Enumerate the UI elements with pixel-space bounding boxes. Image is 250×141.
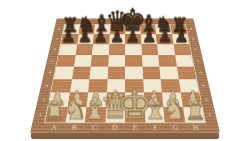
square-h6[interactable] xyxy=(173,44,191,55)
square-h4[interactable] xyxy=(176,67,196,79)
piece-black-pawn-e7[interactable]: ♟ xyxy=(126,29,141,45)
piece-black-pawn-g7[interactable]: ♟ xyxy=(158,29,173,45)
file-label-d: D xyxy=(112,124,118,131)
square-e7[interactable]: ♟ xyxy=(125,34,141,44)
file-label-f: F xyxy=(153,124,158,131)
square-h7[interactable]: ♟ xyxy=(172,34,190,44)
piece-white-rook-h1[interactable]: ♜ xyxy=(184,99,207,124)
square-h1[interactable]: ♜ xyxy=(183,107,205,123)
square-c4[interactable] xyxy=(89,67,107,79)
chess-board: ♜♞♝♛♚♝♞♜♟♟♟♟♟♟♟♟♟♟♟♟♟♟♟♟♜♞♝♛♚♝♞♜ ABCDEFG… xyxy=(30,18,220,133)
piece-black-pawn-c7[interactable]: ♟ xyxy=(93,29,108,45)
file-label-c: C xyxy=(92,124,98,131)
square-a7[interactable]: ♟ xyxy=(61,34,79,44)
file-label-h: H xyxy=(192,124,199,131)
square-g7[interactable]: ♟ xyxy=(156,34,173,44)
rank-label-right-3: 3 xyxy=(201,83,205,88)
file-label-e: E xyxy=(133,124,138,131)
square-f4[interactable] xyxy=(142,67,160,79)
square-b6[interactable] xyxy=(75,44,93,55)
rank-label-right-7: 7 xyxy=(191,37,195,41)
square-c6[interactable] xyxy=(92,44,109,55)
square-g5[interactable] xyxy=(158,55,176,67)
square-b5[interactable] xyxy=(74,55,92,67)
rank-label-left-1: 1 xyxy=(38,111,43,117)
piece-black-pawn-h7[interactable]: ♟ xyxy=(174,29,189,45)
board-front-edge xyxy=(31,133,219,139)
piece-black-pawn-a7[interactable]: ♟ xyxy=(61,29,76,45)
rank-label-right-8: 8 xyxy=(189,27,192,31)
square-a6[interactable] xyxy=(59,44,77,55)
square-e6[interactable] xyxy=(125,44,142,55)
piece-black-pawn-b7[interactable]: ♟ xyxy=(77,29,92,45)
rank-label-left-5: 5 xyxy=(50,58,54,63)
rank-label-right-4: 4 xyxy=(198,70,202,75)
square-h5[interactable] xyxy=(175,55,194,67)
file-label-b: B xyxy=(71,124,77,131)
square-c7[interactable]: ♟ xyxy=(93,34,110,44)
rank-label-left-4: 4 xyxy=(48,70,52,75)
file-label-a: A xyxy=(51,124,58,131)
square-g6[interactable] xyxy=(157,44,175,55)
file-label-g: G xyxy=(172,124,179,131)
square-d7[interactable]: ♟ xyxy=(109,34,125,44)
square-a4[interactable] xyxy=(54,67,74,79)
piece-black-pawn-f7[interactable]: ♟ xyxy=(142,29,157,45)
square-a5[interactable] xyxy=(56,55,75,67)
square-f7[interactable]: ♟ xyxy=(141,34,158,44)
square-c5[interactable] xyxy=(91,55,109,67)
square-f6[interactable] xyxy=(141,44,158,55)
rank-label-left-6: 6 xyxy=(53,47,57,51)
piece-black-pawn-d7[interactable]: ♟ xyxy=(110,29,125,45)
photo-background: ♜♞♝♛♚♝♞♜♟♟♟♟♟♟♟♟♟♟♟♟♟♟♟♟♜♞♝♛♚♝♞♜ ABCDEFG… xyxy=(0,0,250,141)
square-g4[interactable] xyxy=(159,67,178,79)
square-e5[interactable] xyxy=(125,55,142,67)
square-e4[interactable] xyxy=(125,67,143,79)
perspective-scene: ♜♞♝♛♚♝♞♜♟♟♟♟♟♟♟♟♟♟♟♟♟♟♟♟♜♞♝♛♚♝♞♜ ABCDEFG… xyxy=(0,0,250,141)
square-d4[interactable] xyxy=(107,67,125,79)
square-g1[interactable]: ♞ xyxy=(163,107,185,123)
square-b7[interactable]: ♟ xyxy=(77,34,94,44)
square-d6[interactable] xyxy=(108,44,125,55)
rank-label-right-5: 5 xyxy=(196,58,200,63)
square-d5[interactable] xyxy=(108,55,125,67)
rank-label-right-6: 6 xyxy=(194,47,198,51)
rank-label-left-7: 7 xyxy=(55,37,59,41)
square-f5[interactable] xyxy=(142,55,160,67)
rank-label-right-1: 1 xyxy=(207,111,212,117)
square-b4[interactable] xyxy=(72,67,91,79)
board-grid: ♜♞♝♛♚♝♞♜♟♟♟♟♟♟♟♟♟♟♟♟♟♟♟♟♜♞♝♛♚♝♞♜ xyxy=(45,25,205,123)
